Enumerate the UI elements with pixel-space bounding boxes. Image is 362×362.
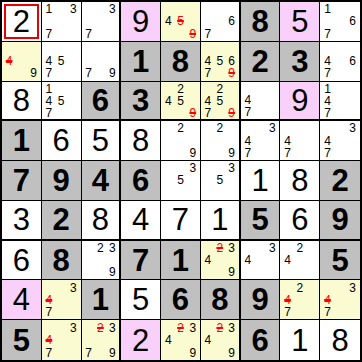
candidate-slot-empty	[94, 346, 106, 359]
candidate-slot-empty	[202, 187, 214, 199]
candidate-grid: 34	[242, 242, 279, 279]
candidate-slot-empty	[214, 187, 226, 199]
candidate-grid: 47	[242, 83, 279, 119]
candidate-3: 3	[187, 162, 199, 174]
candidate-slot-empty	[187, 95, 199, 107]
candidate-9: 9	[28, 67, 40, 79]
candidate-2: 2	[294, 242, 306, 254]
candidate-grid: 47	[281, 122, 318, 159]
candidate-slot-empty	[334, 281, 347, 293]
candidate-grid: 457	[43, 43, 80, 80]
solved-digit: 9	[121, 2, 160, 41]
candidate-slot-empty	[266, 83, 278, 95]
candidate-slot-empty	[214, 67, 226, 79]
candidate-5: 5	[55, 95, 67, 107]
candidate-3: 3	[67, 3, 79, 15]
cell-r4c9[interactable]: 347	[320, 121, 360, 161]
candidate-slot-empty	[55, 3, 67, 15]
candidate-grid: 24579	[202, 83, 238, 119]
cell-r4c5[interactable]: 29	[161, 121, 201, 161]
candidate-slot-empty	[334, 43, 347, 55]
cell-r4c6[interactable]: 29	[201, 121, 241, 161]
cell-r2c5[interactable]: 8	[161, 42, 201, 82]
cell-r5c9[interactable]: 2	[320, 161, 360, 201]
candidate-slot-empty	[174, 346, 186, 359]
cell-r1c4[interactable]: 9	[121, 2, 161, 42]
solved-digit: 9	[280, 82, 319, 120]
candidate-slot-empty	[67, 55, 79, 67]
candidate-slot-empty	[266, 266, 278, 278]
solved-digit: 6	[280, 201, 319, 239]
candidate-slot-empty	[226, 135, 238, 147]
candidate-6: 6	[346, 55, 359, 67]
candidate-slot-empty	[346, 294, 359, 306]
candidate-4: 4	[202, 95, 214, 107]
candidate-7: 7	[43, 306, 55, 318]
candidate-7: 7	[281, 147, 293, 159]
candidate-slot-empty	[202, 3, 214, 15]
candidate-grid: 35	[162, 162, 199, 199]
cell-r7c2[interactable]: 8	[42, 241, 82, 281]
cell-r4c4[interactable]: 8	[121, 121, 161, 161]
candidate-slot-empty	[254, 254, 266, 266]
candidate-7: 7	[321, 147, 334, 159]
cell-r8c5[interactable]: 6	[161, 280, 201, 320]
candidate-slot-empty	[94, 28, 106, 40]
candidate-slot-empty	[174, 107, 186, 119]
cell-r7c1[interactable]: 6	[2, 241, 42, 281]
cell-r8c4[interactable]: 5	[121, 280, 161, 320]
candidate-5: 5	[55, 55, 67, 67]
given-digit: 1	[82, 280, 120, 319]
candidate-3: 3	[106, 242, 118, 254]
candidate-slot-empty	[226, 334, 238, 347]
cell-r2c8[interactable]: 3	[280, 42, 320, 82]
candidate-grid: 239	[83, 242, 119, 279]
candidate-7: 7	[321, 107, 334, 119]
cell-r8c1[interactable]: 4	[2, 280, 42, 320]
solved-digit: 5	[121, 280, 160, 319]
candidate-slot-empty	[94, 254, 106, 266]
candidate-slot-empty	[266, 106, 278, 118]
candidate-4-eliminated: 4	[3, 55, 15, 67]
cell-r2c4[interactable]: 1	[121, 42, 161, 82]
cell-r8c3[interactable]: 1	[82, 280, 122, 320]
candidate-grid: 49	[3, 43, 40, 80]
candidate-slot-empty	[67, 95, 79, 107]
cell-r9c4[interactable]: 2	[121, 320, 161, 360]
candidate-slot-empty	[334, 15, 347, 27]
candidate-slot-empty	[106, 15, 118, 27]
candidate-6: 6	[226, 15, 238, 27]
cell-r5c4[interactable]: 6	[121, 161, 161, 201]
candidate-slot-empty	[321, 281, 334, 293]
cell-r9c1[interactable]: 5	[2, 320, 42, 360]
candidate-grid: 459	[162, 3, 199, 40]
cell-r3c7[interactable]: 47	[241, 82, 281, 122]
cell-r5c1[interactable]: 7	[2, 161, 42, 201]
sudoku-board: 2137379459678516749457791845679234678145…	[0, 0, 362, 362]
candidate-grid: 24	[281, 242, 318, 279]
candidate-slot-empty	[94, 55, 106, 67]
candidate-slot-empty	[266, 147, 278, 159]
candidate-slot-empty	[94, 67, 106, 79]
candidate-4: 4	[162, 95, 174, 107]
candidate-slot-empty	[214, 28, 226, 40]
cell-r8c7[interactable]: 9	[241, 280, 281, 320]
candidate-slot-empty	[28, 43, 40, 55]
solved-digit: 4	[2, 280, 41, 319]
candidate-7: 7	[202, 67, 214, 79]
cell-r1c9[interactable]: 167	[320, 2, 360, 42]
candidate-slot-empty	[202, 346, 214, 359]
candidate-slot-empty	[187, 83, 199, 95]
candidate-slot-empty	[334, 147, 347, 159]
candidate-4: 4	[162, 15, 174, 27]
candidate-slot-empty	[187, 174, 199, 186]
candidate-slot-empty	[294, 147, 306, 159]
candidate-5: 5	[174, 174, 186, 186]
cell-r7c9[interactable]: 5	[320, 241, 360, 281]
candidate-1: 1	[43, 3, 55, 15]
cell-r5c5[interactable]: 35	[161, 161, 201, 201]
cell-r6c3[interactable]: 8	[82, 201, 122, 241]
candidate-slot-empty	[334, 306, 347, 318]
candidate-slot-empty	[281, 281, 293, 293]
cell-r2c7[interactable]: 2	[241, 42, 281, 82]
cell-r5c3[interactable]: 4	[82, 161, 122, 201]
candidate-3: 3	[346, 281, 359, 293]
candidate-slot-empty	[162, 122, 174, 134]
candidate-7: 7	[202, 107, 214, 119]
cell-r3c4[interactable]: 3	[121, 82, 161, 122]
candidate-7: 7	[43, 28, 55, 40]
candidate-slot-empty	[106, 28, 118, 40]
given-digit: 5	[2, 320, 41, 360]
candidate-slot-empty	[162, 346, 174, 359]
candidate-9: 9	[106, 67, 118, 79]
cell-r9c5[interactable]: 2349	[161, 320, 201, 360]
cell-r6c5[interactable]: 7	[161, 201, 201, 241]
candidate-slot-empty	[306, 135, 318, 147]
candidate-grid: 137	[43, 3, 80, 40]
given-digit: 9	[42, 161, 81, 200]
cell-r3c5[interactable]: 2459	[161, 82, 201, 122]
given-digit: 6	[82, 82, 120, 120]
given-digit: 8	[241, 2, 280, 41]
candidate-slot-empty	[94, 266, 106, 278]
candidate-slot-empty	[83, 254, 95, 266]
cell-r3c8[interactable]: 9	[280, 82, 320, 122]
candidate-slot-empty	[55, 306, 67, 318]
cell-r9c6[interactable]: 2349	[201, 320, 241, 360]
cell-r5c7[interactable]: 1	[241, 161, 281, 201]
candidate-2: 2	[174, 122, 186, 134]
candidate-2: 2	[294, 281, 306, 293]
candidate-slot-empty	[15, 67, 27, 79]
candidate-9-eliminated: 9	[226, 67, 238, 79]
candidate-slot-empty	[15, 43, 27, 55]
cell-r7c3[interactable]: 239	[82, 241, 122, 281]
solved-digit: 3	[2, 201, 41, 239]
candidate-4: 4	[202, 254, 214, 266]
candidate-slot-empty	[202, 135, 214, 147]
candidate-slot-empty	[334, 122, 347, 134]
solved-digit: 8	[82, 201, 120, 239]
candidate-grid: 37	[83, 3, 119, 40]
candidate-slot-empty	[214, 334, 226, 347]
candidate-9: 9	[226, 147, 238, 159]
candidate-slot-empty	[43, 281, 55, 293]
candidate-4: 4	[202, 334, 214, 347]
candidate-2: 2	[94, 242, 106, 254]
cell-r6c4[interactable]: 4	[121, 201, 161, 241]
candidate-4: 4	[281, 254, 293, 266]
candidate-slot-empty	[162, 147, 174, 159]
candidate-2: 2	[174, 83, 186, 95]
candidate-grid: 29	[202, 122, 238, 159]
candidate-slot-empty	[226, 122, 238, 134]
candidate-slot-empty	[202, 266, 214, 278]
candidate-slot-empty	[254, 83, 266, 95]
solved-digit: 4	[121, 201, 160, 239]
candidate-5-eliminated: 5	[174, 15, 186, 27]
candidate-slot-empty	[174, 334, 186, 347]
candidate-slot-empty	[67, 67, 79, 79]
candidate-slot-empty	[294, 294, 306, 306]
candidate-7: 7	[83, 67, 95, 79]
candidate-9: 9	[226, 346, 238, 359]
candidate-grid: 1457	[43, 83, 80, 119]
candidate-7: 7	[43, 67, 55, 79]
cell-r1c1[interactable]: 2	[2, 2, 42, 42]
candidate-5: 5	[214, 95, 226, 107]
candidate-3: 3	[106, 321, 118, 334]
candidate-grid: 35	[202, 162, 238, 199]
cell-r9c2[interactable]: 347	[42, 320, 82, 360]
candidate-1: 1	[43, 83, 55, 95]
cell-r2c1[interactable]: 49	[2, 42, 42, 82]
candidate-5: 5	[174, 95, 186, 107]
candidate-grid: 347	[242, 122, 279, 159]
cell-r7c6[interactable]: 2349	[201, 241, 241, 281]
candidate-4: 4	[242, 135, 254, 147]
cell-r4c8[interactable]: 47	[280, 121, 320, 161]
cell-r5c2[interactable]: 9	[42, 161, 82, 201]
cell-r4c3[interactable]: 5	[82, 121, 122, 161]
candidate-slot-empty	[266, 94, 278, 106]
candidate-slot-empty	[214, 3, 226, 15]
given-digit: 2	[320, 161, 360, 200]
cell-r1c5[interactable]: 459	[161, 2, 201, 42]
candidate-slot-empty	[306, 242, 318, 254]
cell-r7c7[interactable]: 34	[241, 241, 281, 281]
candidate-slot-empty	[55, 83, 67, 95]
cell-r6c1[interactable]: 3	[2, 201, 42, 241]
candidate-slot-empty	[306, 254, 318, 266]
solved-digit: 1	[280, 320, 319, 360]
candidate-slot-empty	[214, 254, 226, 266]
candidate-slot-empty	[94, 43, 106, 55]
candidate-slot-empty	[67, 306, 79, 318]
solved-digit: 8	[320, 320, 360, 360]
given-digit: 5	[320, 241, 360, 280]
cell-r6c9[interactable]: 9	[320, 201, 360, 241]
solved-digit: 8	[280, 161, 319, 200]
candidate-9: 9	[226, 266, 238, 278]
candidate-3: 3	[226, 321, 238, 334]
candidate-slot-empty	[202, 147, 214, 159]
candidate-slot-empty	[214, 147, 226, 159]
candidate-slot-empty	[94, 3, 106, 15]
candidate-slot-empty	[55, 107, 67, 119]
candidate-3: 3	[187, 321, 199, 334]
candidate-slot-empty	[242, 266, 254, 278]
cell-r5c8[interactable]: 8	[280, 161, 320, 201]
candidate-slot-empty	[202, 162, 214, 174]
candidate-slot-empty	[187, 15, 199, 27]
candidate-slot-empty	[266, 135, 278, 147]
candidate-2-eliminated: 2	[214, 321, 226, 334]
cell-r4c7[interactable]: 347	[241, 121, 281, 161]
cell-r1c6[interactable]: 67	[201, 2, 241, 42]
cell-r3c1[interactable]: 8	[2, 82, 42, 122]
candidate-grid: 2349	[162, 321, 199, 359]
candidate-slot-empty	[254, 94, 266, 106]
candidate-9: 9	[106, 266, 118, 278]
candidate-7: 7	[242, 106, 254, 118]
candidate-slot-empty	[67, 107, 79, 119]
candidate-slot-empty	[174, 28, 186, 40]
cell-r9c7[interactable]: 6	[241, 320, 281, 360]
candidate-slot-empty	[83, 3, 95, 15]
candidate-slot-empty	[174, 135, 186, 147]
candidate-slot-empty	[67, 43, 79, 55]
candidate-slot-empty	[162, 174, 174, 186]
candidate-slot-empty	[214, 135, 226, 147]
candidate-7: 7	[43, 346, 55, 359]
candidate-grid: 2459	[162, 83, 199, 119]
candidate-slot-empty	[15, 55, 27, 67]
cell-r6c2[interactable]: 2	[42, 201, 82, 241]
cell-r2c9[interactable]: 467	[320, 42, 360, 82]
candidate-slot-empty	[321, 15, 334, 27]
candidate-grid: 247	[281, 281, 318, 318]
candidate-slot-empty	[306, 294, 318, 306]
candidate-slot-empty	[334, 3, 347, 15]
cell-r8c2[interactable]: 347	[42, 280, 82, 320]
candidate-slot-empty	[294, 306, 306, 318]
candidate-7: 7	[43, 107, 55, 119]
candidate-slot-empty	[55, 281, 67, 293]
cell-r9c8[interactable]: 1	[280, 320, 320, 360]
cell-r3c9[interactable]: 147	[320, 82, 360, 122]
candidate-slot-empty	[334, 294, 347, 306]
given-digit: 1	[2, 121, 41, 160]
candidate-4: 4	[321, 135, 334, 147]
candidate-slot-empty	[306, 281, 318, 293]
cell-r9c9[interactable]: 8	[320, 320, 360, 360]
candidate-slot-empty	[254, 106, 266, 118]
cell-r1c2[interactable]: 137	[42, 2, 82, 42]
candidate-5: 5	[214, 174, 226, 186]
candidate-2: 2	[214, 83, 226, 95]
candidate-7: 7	[321, 28, 334, 40]
candidate-slot-empty	[162, 107, 174, 119]
cell-r4c2[interactable]: 6	[42, 121, 82, 161]
cell-r2c3[interactable]: 79	[82, 42, 122, 82]
cell-r1c7[interactable]: 8	[241, 2, 281, 42]
cell-r8c9[interactable]: 347	[320, 280, 360, 320]
candidate-7: 7	[281, 306, 293, 318]
candidate-slot-empty	[3, 67, 15, 79]
candidate-slot-empty	[346, 147, 359, 159]
candidate-slot-empty	[106, 43, 118, 55]
cell-r4c1[interactable]: 1	[2, 121, 42, 161]
cell-r6c8[interactable]: 6	[280, 201, 320, 241]
cell-r9c3[interactable]: 2379	[82, 320, 122, 360]
cell-r7c5[interactable]: 1	[161, 241, 201, 281]
cell-r5c6[interactable]: 35	[201, 161, 241, 201]
cell-r7c4[interactable]: 7	[121, 241, 161, 281]
candidate-4: 4	[43, 95, 55, 107]
candidate-slot-empty	[43, 15, 55, 27]
candidate-slot-empty	[334, 28, 347, 40]
cell-r6c6[interactable]: 1	[201, 201, 241, 241]
cell-r1c3[interactable]: 37	[82, 2, 122, 42]
candidate-slot-empty	[187, 135, 199, 147]
candidate-slot-empty	[281, 266, 293, 278]
candidate-slot-empty	[55, 346, 67, 359]
cell-r2c2[interactable]: 457	[42, 42, 82, 82]
candidate-slot-empty	[55, 67, 67, 79]
candidate-3: 3	[67, 281, 79, 293]
candidate-7: 7	[83, 346, 95, 359]
candidate-5: 5	[214, 55, 226, 67]
given-digit: 1	[121, 42, 160, 81]
candidate-slot-empty	[294, 254, 306, 266]
cell-r2c6[interactable]: 45679	[201, 42, 241, 82]
cell-r6c7[interactable]: 5	[241, 201, 281, 241]
candidate-slot-empty	[306, 266, 318, 278]
candidate-slot-empty	[334, 135, 347, 147]
candidate-slot-empty	[162, 162, 174, 174]
candidate-slot-empty	[334, 83, 347, 95]
candidate-slot-empty	[55, 334, 67, 347]
cell-r1c8[interactable]: 5	[280, 2, 320, 42]
candidate-slot-empty	[202, 174, 214, 186]
cell-r3c2[interactable]: 1457	[42, 82, 82, 122]
candidate-1: 1	[321, 3, 334, 15]
candidate-grid: 347	[321, 122, 359, 159]
cell-r8c6[interactable]: 8	[201, 280, 241, 320]
cell-r7c8[interactable]: 24	[280, 241, 320, 281]
given-digit: 2	[42, 201, 81, 239]
candidate-2-eliminated: 2	[94, 321, 106, 334]
cell-r3c3[interactable]: 6	[82, 82, 122, 122]
cell-r8c8[interactable]: 247	[280, 280, 320, 320]
candidate-slot-empty	[202, 321, 214, 334]
candidate-slot-empty	[214, 15, 226, 27]
candidate-grid: 29	[162, 122, 199, 159]
candidate-3: 3	[67, 321, 79, 334]
candidate-slot-empty	[94, 15, 106, 27]
candidate-slot-empty	[346, 107, 359, 119]
candidate-slot-empty	[162, 28, 174, 40]
candidate-slot-empty	[162, 187, 174, 199]
cell-r3c6[interactable]: 24579	[201, 82, 241, 122]
candidate-slot-empty	[174, 187, 186, 199]
